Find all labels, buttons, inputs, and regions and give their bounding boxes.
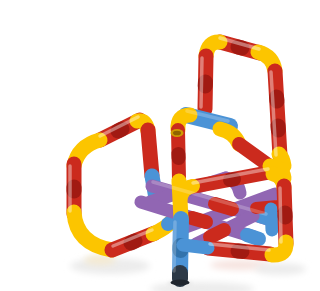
highlight [174,222,175,271]
reflection-right [254,263,306,275]
coupling-ring [230,179,234,180]
reflection-center [150,282,254,291]
coupling-ring [277,97,278,101]
coupling-ring [238,47,242,48]
coupling-ring [118,129,122,131]
blue-coupling [271,209,272,230]
yellow-elbow [272,242,286,255]
foot-pad [171,280,190,286]
highlight [201,58,202,107]
red-sleeve [210,230,224,237]
toy-photo: Children's interlocking plastic tube con… [40,16,320,291]
photo-canvas [40,16,320,291]
red-sleeve [192,218,206,222]
coupling-ring [131,241,135,243]
tube-mouth-hole [173,131,181,136]
tube-mouth [171,129,184,137]
yellow-elbow [74,212,112,250]
blue-coupling [247,235,259,239]
blue-tee-arm [183,245,208,248]
highlight [280,188,281,242]
